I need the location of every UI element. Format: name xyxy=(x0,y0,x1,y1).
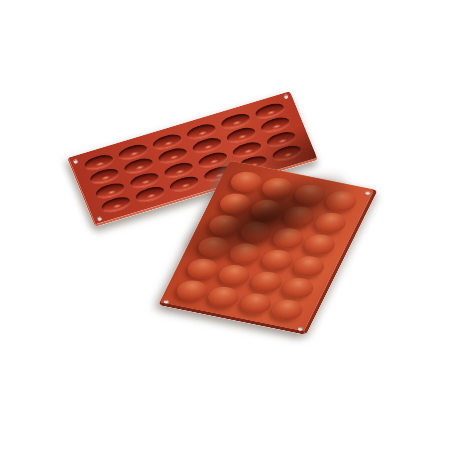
mold-dome xyxy=(205,213,243,238)
mold-dome xyxy=(215,263,253,288)
mold-dome xyxy=(269,226,307,251)
mold-dome xyxy=(290,182,328,207)
mold-dome xyxy=(312,210,350,235)
mold-dome xyxy=(290,254,328,279)
mold-dome xyxy=(322,189,360,214)
mold-dome xyxy=(301,232,339,257)
mold-dome xyxy=(227,169,265,194)
mold-dome xyxy=(236,291,274,316)
product-photo xyxy=(0,0,455,455)
mold-dome xyxy=(247,269,285,294)
mold-dome xyxy=(258,247,296,272)
mold-dome xyxy=(216,191,254,216)
mold-dome xyxy=(183,256,221,281)
mold-dome xyxy=(248,197,286,222)
mold-dome xyxy=(280,204,318,229)
mold-dome xyxy=(237,219,275,244)
mold-dome xyxy=(194,234,232,259)
mold-dome xyxy=(173,278,211,303)
mold-dome xyxy=(279,276,317,301)
mold-dome xyxy=(268,297,306,322)
mold-dome xyxy=(205,284,243,309)
mold-dome xyxy=(259,176,297,201)
mold-dome xyxy=(226,241,264,266)
